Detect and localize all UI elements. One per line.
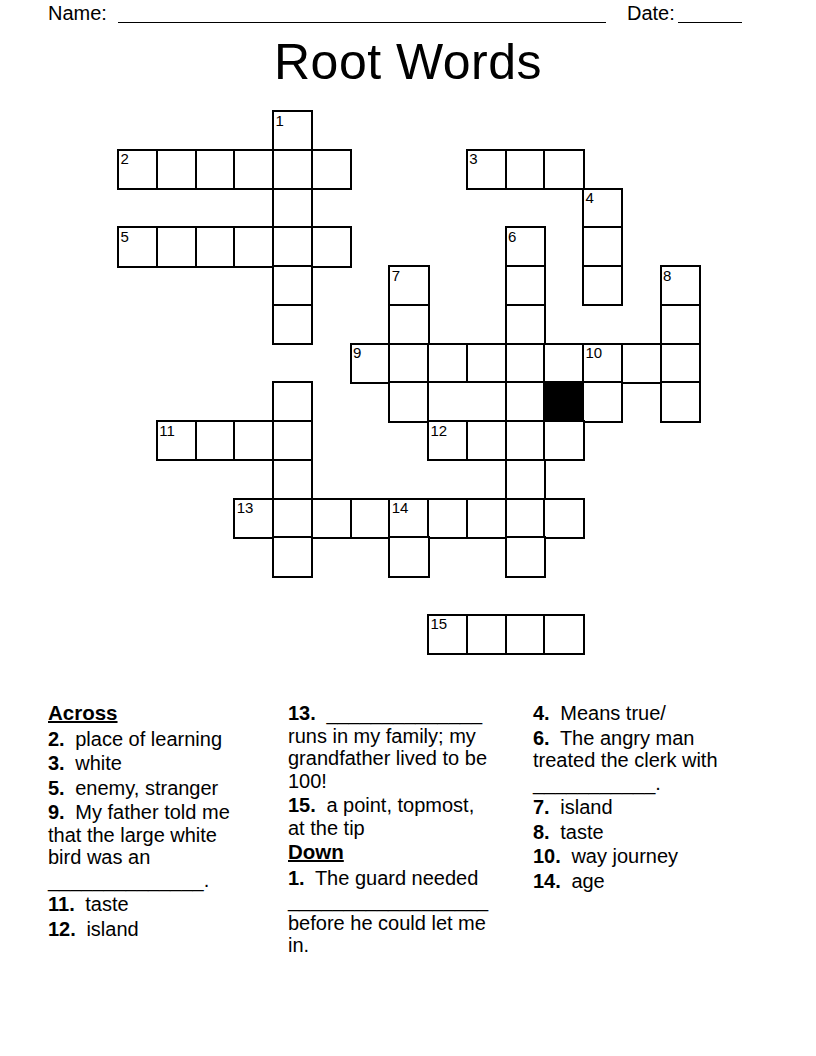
grid-cell[interactable] [582,381,623,422]
clue-num-label: 14. [533,870,561,892]
clue-text: way journey [571,845,678,867]
clue-number: 8 [663,268,671,283]
grid-cell[interactable] [272,265,313,306]
clue-num-label: 13. [288,702,316,724]
down-clue-10: 10. way journey [533,845,798,868]
clue-text: taste [560,821,603,843]
across-clue-5: 5. enemy, stranger [48,777,280,800]
grid-cell[interactable] [272,149,313,190]
clue-num-label: 7. [533,796,550,818]
grid-cell[interactable] [272,536,313,577]
grid-cell[interactable] [388,536,429,577]
clue-number: 14 [392,500,409,515]
grid-cell[interactable] [543,420,584,461]
grid-cell[interactable] [505,149,546,190]
grid-cell[interactable]: 13 [233,498,274,539]
grid-cell[interactable] [660,304,701,345]
grid-cell[interactable]: 11 [156,420,197,461]
grid-cell[interactable] [660,381,701,422]
grid-cell[interactable] [466,614,507,655]
grid-cell[interactable] [195,226,236,267]
across-clue-13: 13. ______________ runs in my family; my… [288,702,531,792]
clue-number: 10 [586,345,603,360]
clue-number: 13 [237,500,254,515]
grid-cell[interactable] [272,498,313,539]
across-clue-9: 9. My father told me that the large whit… [48,801,280,891]
down-clue-4: 4. Means true/ [533,702,798,725]
clue-number: 12 [431,423,448,438]
blocked-cell [543,381,584,422]
clue-number: 15 [431,616,448,631]
clue-text: My father told me that the large white b… [48,801,230,891]
grid-cell[interactable] [388,343,429,384]
clue-num-label: 3. [48,752,65,774]
clue-num-label: 11. [48,893,75,915]
clue-text: island [86,918,138,940]
down-heading: Down [288,841,531,864]
grid-cell[interactable] [311,149,352,190]
date-label: Date: [627,3,675,23]
grid-cell[interactable] [272,226,313,267]
grid-cell[interactable] [466,343,507,384]
grid-cell[interactable] [505,614,546,655]
clue-number: 5 [121,229,129,244]
grid-cell[interactable] [388,304,429,345]
clue-number: 9 [353,345,361,360]
clue-num-label: 12. [48,918,76,940]
grid-cell[interactable] [505,265,546,306]
clue-text: place of learning [75,728,222,750]
grid-cell[interactable] [195,420,236,461]
grid-cell[interactable] [582,226,623,267]
grid-cell[interactable] [505,498,546,539]
grid-cell[interactable] [543,614,584,655]
name-label: Name: [48,3,107,23]
clue-column-3: 4. Means true/6. The angry man treated t… [533,702,798,894]
grid-cell[interactable] [311,498,352,539]
down-clue-8: 8. taste [533,821,798,844]
crossword-grid: 123456789101112131415 [117,110,701,656]
clue-num-label: 9. [48,801,65,823]
grid-cell[interactable]: 12 [427,420,468,461]
clue-num-label: 1. [288,867,305,889]
clue-column-2: 13. ______________ runs in my family; my… [288,702,531,959]
clue-num-label: 15. [288,794,316,816]
grid-cell[interactable] [466,498,507,539]
grid-cell[interactable] [156,226,197,267]
across-clue-2: 2. place of learning [48,728,280,751]
grid-cell[interactable] [272,304,313,345]
clue-number: 6 [508,229,516,244]
clue-number: 1 [276,113,284,128]
grid-cell[interactable] [272,381,313,422]
grid-cell[interactable] [195,149,236,190]
date-fill-in-line[interactable] [678,4,742,23]
clue-num-label: 5. [48,777,65,799]
grid-cell[interactable] [505,536,546,577]
grid-cell[interactable] [505,459,546,500]
across-clue-3: 3. white [48,752,280,775]
clue-text: The angry man treated the clerk with ___… [533,727,718,794]
grid-cell[interactable] [156,149,197,190]
grid-cell[interactable] [505,343,546,384]
clue-number: 2 [121,151,129,166]
grid-cell[interactable]: 10 [582,343,623,384]
grid-cell[interactable]: 8 [660,265,701,306]
down-clue-14: 14. age [533,870,798,893]
down-clue-1: 1. The guard needed __________________ b… [288,867,531,957]
clue-text: ______________ runs in my family; my gra… [288,702,487,792]
grid-cell[interactable]: 9 [350,343,391,384]
grid-cell[interactable]: 1 [272,110,313,151]
name-fill-in-line[interactable] [118,4,606,23]
down-clue-6: 6. The angry man treated the clerk with … [533,727,798,795]
grid-cell[interactable] [388,381,429,422]
grid-cell[interactable] [233,149,274,190]
grid-cell[interactable] [233,226,274,267]
across-heading: Across [48,702,280,725]
down-clue-7: 7. island [533,796,798,819]
clue-text: island [560,796,612,818]
grid-cell[interactable] [505,304,546,345]
across-clue-15: 15. a point, topmost, at the tip [288,794,531,839]
clue-num-label: 8. [533,821,550,843]
grid-cell[interactable] [582,265,623,306]
clue-column-1: Across2. place of learning3. white5. ene… [48,702,280,942]
grid-cell[interactable] [272,188,313,229]
grid-cell[interactable] [660,343,701,384]
grid-cell[interactable] [272,420,313,461]
grid-cell[interactable]: 2 [117,149,158,190]
clue-text: The guard needed __________________ befo… [288,867,488,957]
clue-num-label: 10. [533,845,561,867]
grid-cell-wide[interactable] [427,381,507,422]
grid-cell[interactable] [543,343,584,384]
grid-cell[interactable]: 7 [388,265,429,306]
clue-num-label: 6. [533,727,550,749]
grid-cell[interactable] [543,149,584,190]
grid-cell[interactable] [505,381,546,422]
grid-cell[interactable] [427,498,468,539]
grid-cell[interactable]: 15 [427,614,468,655]
clue-num-label: 2. [48,728,65,750]
grid-cell[interactable]: 4 [582,188,623,229]
across-clue-11: 11. taste [48,893,280,916]
grid-cell[interactable]: 6 [505,226,546,267]
clue-text: white [75,752,122,774]
clue-number: 4 [586,190,594,205]
clue-text: Means true/ [560,702,666,724]
grid-cell[interactable]: 3 [466,149,507,190]
grid-cell[interactable] [350,498,391,539]
grid-cell[interactable] [543,498,584,539]
grid-cell[interactable] [621,343,662,384]
clue-number: 7 [392,268,400,283]
grid-cell[interactable] [233,420,274,461]
grid-cell[interactable] [311,226,352,267]
grid-cell[interactable] [272,459,313,500]
grid-cell[interactable] [466,420,507,461]
grid-cell[interactable] [505,420,546,461]
grid-cell[interactable]: 14 [388,498,429,539]
clue-number: 3 [469,151,477,166]
grid-cell[interactable] [427,343,468,384]
across-clue-12: 12. island [48,918,280,941]
clue-number: 11 [159,423,175,438]
clue-text: taste [85,893,128,915]
clue-text: enemy, stranger [75,777,218,799]
grid-cell[interactable]: 5 [117,226,158,267]
page-title: Root Words [0,36,816,88]
clue-text: age [571,870,604,892]
clue-num-label: 4. [533,702,550,724]
